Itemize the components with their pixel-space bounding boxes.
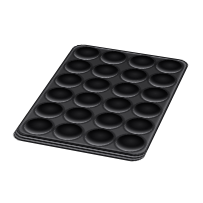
muffin-cup [71, 91, 105, 109]
muffin-cup [109, 81, 142, 99]
muffin-cup [52, 72, 86, 89]
muffin-cup [80, 77, 114, 95]
muffin-cup [100, 96, 134, 115]
muffin-cup [130, 101, 164, 120]
muffin-cup [117, 67, 149, 84]
muffin-cup [61, 106, 96, 125]
muffin-cup [50, 122, 86, 142]
product-photo [0, 0, 203, 203]
muffin-cup [31, 101, 67, 120]
muffin-cup [81, 127, 117, 148]
muffin-cup [20, 116, 57, 136]
muffin-cup [112, 133, 148, 154]
muffin-cup [126, 54, 158, 70]
muffin-pan [14, 43, 191, 157]
muffin-cup [154, 58, 185, 75]
cup-grid [18, 45, 187, 155]
muffin-cup [146, 72, 178, 89]
muffin-cup [71, 46, 103, 62]
muffin-cup [91, 111, 126, 131]
muffin-cup [61, 58, 94, 75]
muffin-cup [42, 86, 77, 104]
muffin-cup [121, 116, 156, 136]
muffin-cup [138, 86, 171, 104]
